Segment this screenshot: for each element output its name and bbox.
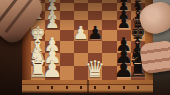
frame-tick bbox=[51, 86, 53, 89]
square-d3[interactable] bbox=[60, 20, 74, 30]
piece-black-pawn[interactable]: ♟ bbox=[116, 15, 130, 31]
square-c5[interactable] bbox=[88, 11, 102, 20]
square-h2[interactable]: ♟ bbox=[45, 66, 59, 80]
frame-tick bbox=[123, 86, 125, 89]
square-b5[interactable] bbox=[88, 3, 102, 11]
right-player-fingers bbox=[139, 40, 170, 74]
square-c3[interactable] bbox=[60, 11, 74, 20]
chess-scene: ♜♟♟♜♞♟♟♞♝♟♟♝♟♟♛♚♟♟♚♝♟♟♝♞♟♟♞♜♟♛♟♜ bbox=[0, 0, 170, 95]
square-d7[interactable]: ♟ bbox=[117, 20, 131, 30]
square-e5[interactable]: ♟ bbox=[88, 30, 102, 41]
chess-board[interactable]: ♜♟♟♜♞♟♟♞♝♟♟♝♟♟♛♚♟♟♚♝♟♟♝♞♟♟♞♜♟♛♟♜ bbox=[31, 0, 145, 80]
square-c6[interactable] bbox=[102, 11, 116, 20]
square-e3[interactable] bbox=[60, 30, 74, 41]
frame-tick bbox=[80, 86, 82, 89]
square-d2[interactable]: ♟ bbox=[45, 20, 59, 30]
square-f4[interactable] bbox=[74, 41, 88, 53]
frame-tick bbox=[137, 86, 139, 89]
square-c4[interactable] bbox=[74, 11, 88, 20]
frame-tick bbox=[108, 86, 110, 89]
square-b4[interactable] bbox=[74, 3, 88, 11]
frame-tick bbox=[37, 86, 39, 89]
square-e4[interactable]: ♟ bbox=[74, 30, 88, 41]
square-b6[interactable] bbox=[102, 3, 116, 11]
square-b3[interactable] bbox=[60, 3, 74, 11]
square-d6[interactable] bbox=[102, 20, 116, 30]
frame-tick bbox=[66, 86, 68, 89]
piece-black-pawn[interactable]: ♟ bbox=[87, 24, 103, 42]
square-h3[interactable] bbox=[60, 66, 74, 80]
piece-white-pawn[interactable]: ♟ bbox=[45, 15, 59, 31]
frame-tick bbox=[94, 86, 96, 89]
square-f5[interactable] bbox=[88, 41, 102, 53]
square-h5[interactable]: ♛ bbox=[88, 66, 102, 80]
